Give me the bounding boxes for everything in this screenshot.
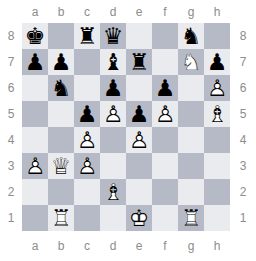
file-label-bottom-d: d: [100, 231, 126, 261]
square-f5[interactable]: ♟♙: [152, 101, 178, 127]
rank-label-left-5: 5: [0, 101, 22, 127]
black-bishop[interactable]: ♝: [100, 49, 126, 75]
white-pawn[interactable]: ♟♙: [204, 75, 230, 101]
black-knight[interactable]: ♞: [48, 75, 74, 101]
black-king[interactable]: ♚: [22, 23, 48, 49]
white-pawn-glyph: ♙: [25, 153, 46, 179]
rank-label-left-6: 6: [0, 75, 22, 101]
square-e2[interactable]: [126, 179, 152, 205]
chess-diagram: abcdefgh 87654321 ♚♜♛♞♟♟♝♜♞♘♟♞♟♟♟♙♟♟♙♟♟♙…: [0, 0, 256, 261]
square-d4[interactable]: [100, 127, 126, 153]
square-c5[interactable]: ♟: [74, 101, 100, 127]
black-pawn[interactable]: ♟: [204, 49, 230, 75]
white-pawn[interactable]: ♟♙: [126, 127, 152, 153]
black-knight[interactable]: ♞: [178, 23, 204, 49]
square-e8[interactable]: [126, 23, 152, 49]
square-f2[interactable]: [152, 179, 178, 205]
rank-label-right-5: 5: [230, 101, 256, 127]
rank-label-right-7: 7: [230, 49, 256, 75]
square-b7[interactable]: ♟: [48, 49, 74, 75]
white-knight-glyph: ♘: [181, 49, 202, 75]
square-b8[interactable]: [48, 23, 74, 49]
rank-label-right-3: 3: [230, 153, 256, 179]
square-d3[interactable]: [100, 153, 126, 179]
file-label-bottom-a: a: [22, 231, 48, 261]
rank-label-left-7: 7: [0, 49, 22, 75]
square-e1[interactable]: ♚♔: [126, 205, 152, 231]
rank-label-right-8: 8: [230, 23, 256, 49]
square-e6[interactable]: [126, 75, 152, 101]
black-rook[interactable]: ♜: [126, 49, 152, 75]
white-pawn-glyph: ♙: [155, 101, 176, 127]
square-c8[interactable]: ♜: [74, 23, 100, 49]
square-b1[interactable]: ♜♖: [48, 205, 74, 231]
square-f4[interactable]: [152, 127, 178, 153]
white-queen[interactable]: ♛♕: [48, 153, 74, 179]
file-label-bottom-b: b: [48, 231, 74, 261]
file-label-top-b: b: [48, 0, 74, 23]
square-e5[interactable]: ♟: [126, 101, 152, 127]
square-c4[interactable]: ♟♙: [74, 127, 100, 153]
rank-label-right-2: 2: [230, 179, 256, 205]
square-g6[interactable]: [178, 75, 204, 101]
file-label-bottom-h: h: [204, 231, 230, 261]
square-h3[interactable]: [204, 153, 230, 179]
square-b6[interactable]: ♞: [48, 75, 74, 101]
square-g5[interactable]: [178, 101, 204, 127]
rank-label-left-3: 3: [0, 153, 22, 179]
white-pawn[interactable]: ♟♙: [100, 101, 126, 127]
white-pawn[interactable]: ♟♙: [74, 153, 100, 179]
white-rook[interactable]: ♜♖: [48, 205, 74, 231]
square-b3[interactable]: ♛♕: [48, 153, 74, 179]
square-b4[interactable]: [48, 127, 74, 153]
square-a5[interactable]: [22, 101, 48, 127]
file-label-top-c: c: [74, 0, 100, 23]
square-g2[interactable]: [178, 179, 204, 205]
rank-labels-left: 87654321: [0, 23, 22, 231]
square-g3[interactable]: [178, 153, 204, 179]
white-king[interactable]: ♚♔: [126, 205, 152, 231]
file-label-top-h: h: [204, 0, 230, 23]
white-pawn-glyph: ♙: [77, 127, 98, 153]
file-label-bottom-e: e: [126, 231, 152, 261]
rank-label-left-2: 2: [0, 179, 22, 205]
rank-label-left-8: 8: [0, 23, 22, 49]
square-a2[interactable]: [22, 179, 48, 205]
square-f8[interactable]: [152, 23, 178, 49]
black-pawn[interactable]: ♟: [22, 49, 48, 75]
file-label-top-f: f: [152, 0, 178, 23]
square-a6[interactable]: [22, 75, 48, 101]
white-pawn[interactable]: ♟♙: [22, 153, 48, 179]
square-a3[interactable]: ♟♙: [22, 153, 48, 179]
square-a1[interactable]: [22, 205, 48, 231]
square-e7[interactable]: ♜: [126, 49, 152, 75]
black-queen[interactable]: ♛: [100, 23, 126, 49]
white-queen-glyph: ♕: [51, 153, 72, 179]
square-e3[interactable]: [126, 153, 152, 179]
file-label-bottom-c: c: [74, 231, 100, 261]
square-a4[interactable]: [22, 127, 48, 153]
square-h4[interactable]: [204, 127, 230, 153]
white-rook-glyph: ♖: [181, 205, 202, 231]
square-a7[interactable]: ♟: [22, 49, 48, 75]
file-labels-bottom: abcdefgh: [22, 231, 230, 261]
square-c3[interactable]: ♟♙: [74, 153, 100, 179]
square-f6[interactable]: ♟: [152, 75, 178, 101]
rank-label-right-1: 1: [230, 205, 256, 231]
file-label-top-g: g: [178, 0, 204, 23]
square-d1[interactable]: [100, 205, 126, 231]
white-pawn-glyph: ♙: [129, 127, 150, 153]
white-bishop-glyph: ♗: [207, 101, 228, 127]
black-pawn[interactable]: ♟: [74, 101, 100, 127]
white-pawn-glyph: ♙: [207, 75, 228, 101]
white-pawn[interactable]: ♟♙: [74, 127, 100, 153]
white-king-glyph: ♔: [129, 205, 150, 231]
rank-label-left-4: 4: [0, 127, 22, 153]
white-rook-glyph: ♖: [51, 205, 72, 231]
white-pawn-glyph: ♙: [77, 153, 98, 179]
rank-labels-right: 87654321: [230, 23, 256, 231]
square-c6[interactable]: [74, 75, 100, 101]
chess-board: ♚♜♛♞♟♟♝♜♞♘♟♞♟♟♟♙♟♟♙♟♟♙♝♗♟♙♟♙♟♙♛♕♟♙♝♗♜♖♚♔…: [22, 23, 230, 231]
rank-label-right-6: 6: [230, 75, 256, 101]
square-f3[interactable]: [152, 153, 178, 179]
file-label-bottom-g: g: [178, 231, 204, 261]
black-pawn[interactable]: ♟: [152, 75, 178, 101]
square-h1[interactable]: [204, 205, 230, 231]
square-g7[interactable]: ♞♘: [178, 49, 204, 75]
square-a8[interactable]: ♚: [22, 23, 48, 49]
square-h5[interactable]: ♝♗: [204, 101, 230, 127]
black-pawn[interactable]: ♟: [126, 101, 152, 127]
square-d5[interactable]: ♟♙: [100, 101, 126, 127]
square-g1[interactable]: ♜♖: [178, 205, 204, 231]
square-c2[interactable]: [74, 179, 100, 205]
black-pawn[interactable]: ♟: [48, 49, 74, 75]
square-h8[interactable]: [204, 23, 230, 49]
file-label-bottom-f: f: [152, 231, 178, 261]
black-pawn[interactable]: ♟: [100, 75, 126, 101]
square-g8[interactable]: ♞: [178, 23, 204, 49]
square-c1[interactable]: [74, 205, 100, 231]
square-c7[interactable]: [74, 49, 100, 75]
white-bishop[interactable]: ♝♗: [100, 179, 126, 205]
square-f1[interactable]: [152, 205, 178, 231]
square-h2[interactable]: [204, 179, 230, 205]
rank-label-left-1: 1: [0, 205, 22, 231]
white-bishop-glyph: ♗: [103, 179, 124, 205]
square-h7[interactable]: ♟: [204, 49, 230, 75]
white-rook[interactable]: ♜♖: [178, 205, 204, 231]
square-f7[interactable]: [152, 49, 178, 75]
file-label-top-a: a: [22, 0, 48, 23]
white-knight[interactable]: ♞♘: [178, 49, 204, 75]
file-label-top-e: e: [126, 0, 152, 23]
square-h6[interactable]: ♟♙: [204, 75, 230, 101]
rank-label-right-4: 4: [230, 127, 256, 153]
square-e4[interactable]: ♟♙: [126, 127, 152, 153]
square-d7[interactable]: ♝: [100, 49, 126, 75]
square-b5[interactable]: [48, 101, 74, 127]
white-pawn-glyph: ♙: [103, 101, 124, 127]
square-d2[interactable]: ♝♗: [100, 179, 126, 205]
square-d8[interactable]: ♛: [100, 23, 126, 49]
file-label-top-d: d: [100, 0, 126, 23]
square-b2[interactable]: [48, 179, 74, 205]
square-d6[interactable]: ♟: [100, 75, 126, 101]
black-rook[interactable]: ♜: [74, 23, 100, 49]
file-labels-top: abcdefgh: [22, 0, 230, 23]
square-g4[interactable]: [178, 127, 204, 153]
white-bishop[interactable]: ♝♗: [204, 101, 230, 127]
white-pawn[interactable]: ♟♙: [152, 101, 178, 127]
